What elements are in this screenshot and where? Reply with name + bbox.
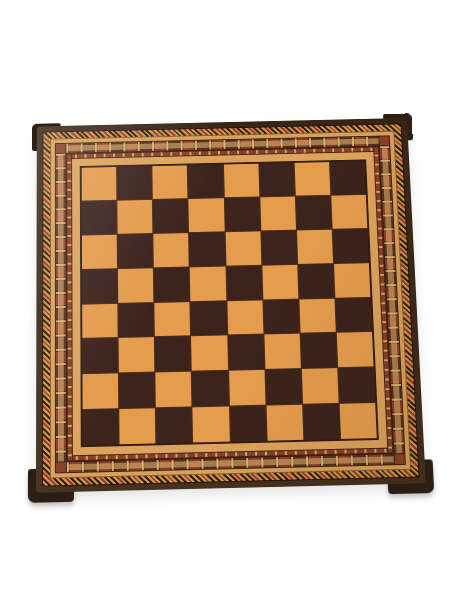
board-square-f7 [260,196,296,230]
board-square-d2 [192,371,228,407]
board-square-c8 [153,165,188,198]
board-square-b7 [117,200,152,234]
board-square-e1 [229,406,266,442]
board-square-g3 [300,333,337,368]
board-square-a7 [82,201,117,235]
board-square-e4 [227,300,263,335]
chess-board [36,118,426,493]
board-square-d3 [191,336,227,371]
board-square-b4 [118,303,154,338]
board-square-d6 [189,232,225,266]
board-square-b8 [117,166,152,199]
board-square-g7 [296,196,332,230]
board-square-f6 [261,230,297,264]
board-square-f4 [263,299,299,334]
board-square-a8 [82,167,117,200]
board-square-h6 [333,229,369,263]
board-square-g2 [302,368,339,403]
board-square-b1 [119,408,155,444]
board-square-f8 [259,163,295,196]
board-square-g1 [303,404,340,440]
board-square-h3 [337,332,374,367]
board-square-g5 [298,264,334,298]
board-square-f5 [262,265,298,299]
board-square-c7 [153,199,188,233]
board-square-c3 [155,337,191,372]
board-square-e5 [226,265,262,299]
board-square-f1 [266,405,303,441]
board-square-d7 [189,198,224,232]
board-square-b5 [118,268,154,302]
board-square-c4 [155,302,191,337]
board-square-e6 [225,231,261,265]
board-square-h8 [330,161,366,194]
photo-background [0,0,460,612]
board-square-c1 [156,408,192,444]
chain-corner-link [55,143,66,154]
board-square-a1 [83,409,119,445]
board-square-e7 [224,197,260,231]
board-square-a2 [82,374,118,410]
board-square-b6 [118,234,153,268]
board-square-b2 [119,373,155,409]
board-square-e2 [229,370,266,406]
board-square-c2 [156,372,192,408]
board-square-d1 [193,407,230,443]
board-square-d5 [190,266,226,300]
board-square-g8 [294,162,330,195]
board-square-f3 [264,334,301,369]
board-square-g4 [299,298,336,333]
board-square-d8 [188,165,223,198]
chain-strip-left [55,154,67,462]
board-square-d4 [191,301,227,336]
board-square-c5 [154,267,190,301]
board-frame [36,118,426,493]
board-square-b3 [119,337,155,372]
board-square-a5 [82,269,117,303]
board-square-a6 [82,235,117,269]
board-square-a3 [82,338,118,373]
board-square-f2 [265,369,302,404]
board-square-h2 [338,368,375,403]
board-square-g6 [297,229,333,263]
board-grid [80,159,379,447]
board-square-h7 [331,195,367,229]
board-square-e3 [228,335,264,370]
chain-corner-link [393,453,406,465]
board-square-c6 [154,233,189,267]
board-square-h4 [335,297,372,332]
board-square-e8 [224,164,259,197]
chain-corner-link [55,461,67,473]
board-square-a4 [82,303,118,338]
board-square-h1 [340,403,377,439]
board-square-h5 [334,263,370,297]
chain-corner-link [378,135,390,146]
